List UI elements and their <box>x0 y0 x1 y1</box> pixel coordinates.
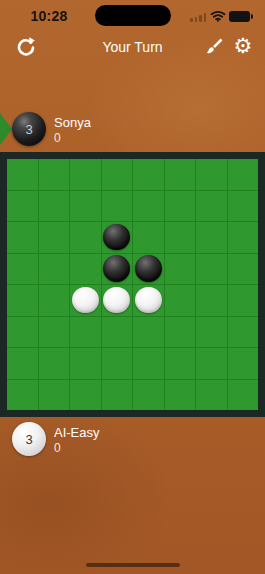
board-cell[interactable] <box>133 222 164 253</box>
board-cell[interactable] <box>102 348 133 379</box>
board-cell[interactable] <box>39 254 70 285</box>
home-indicator[interactable] <box>86 563 180 567</box>
board-cell[interactable] <box>165 159 196 190</box>
turn-indicator-arrow-top <box>0 113 12 145</box>
board-cell[interactable] <box>70 254 101 285</box>
board-cell[interactable] <box>196 317 227 348</box>
board-cell[interactable] <box>196 191 227 222</box>
board-cell[interactable] <box>196 285 227 316</box>
board-cell[interactable] <box>165 348 196 379</box>
othello-board <box>0 152 265 417</box>
board-cell[interactable] <box>102 317 133 348</box>
board-cell[interactable] <box>39 222 70 253</box>
board-cell[interactable] <box>228 159 259 190</box>
board-cell[interactable] <box>7 159 38 190</box>
cellular-signal-icon <box>190 13 206 22</box>
board-cell[interactable] <box>228 348 259 379</box>
white-disc <box>103 287 130 314</box>
board-cell[interactable] <box>133 191 164 222</box>
board-cell[interactable] <box>102 191 133 222</box>
player-name-top: Sonya <box>54 115 91 130</box>
settings-gear-button[interactable]: ⚙ <box>231 33 255 57</box>
turn-status-title: Your Turn <box>0 39 265 55</box>
player-name-bottom: AI-Easy <box>54 425 100 440</box>
battery-icon <box>229 11 250 22</box>
board-cell[interactable] <box>70 380 101 411</box>
board-cell[interactable] <box>165 254 196 285</box>
board-cell[interactable] <box>7 191 38 222</box>
board-cell[interactable] <box>228 191 259 222</box>
board-cell[interactable] <box>165 380 196 411</box>
black-disc <box>103 255 130 282</box>
board-cell[interactable] <box>7 254 38 285</box>
board-cell[interactable] <box>165 222 196 253</box>
board-cell[interactable] <box>7 222 38 253</box>
board-cell[interactable] <box>196 254 227 285</box>
board-cell[interactable] <box>196 159 227 190</box>
nav-bar: Your Turn ⚙ <box>0 33 265 61</box>
player-score-top: 0 <box>54 131 61 145</box>
board-cell[interactable] <box>133 254 164 285</box>
theme-paintbrush-button[interactable] <box>203 36 225 58</box>
board-cell[interactable] <box>228 317 259 348</box>
board-cell[interactable] <box>7 317 38 348</box>
board-cell[interactable] <box>7 348 38 379</box>
board-cell[interactable] <box>165 317 196 348</box>
board-cell[interactable] <box>39 317 70 348</box>
board-cell[interactable] <box>7 285 38 316</box>
board-cell[interactable] <box>133 317 164 348</box>
board-cell[interactable] <box>196 222 227 253</box>
white-disc-avatar: 3 <box>12 422 46 456</box>
board-cell[interactable] <box>228 222 259 253</box>
clock-time: 10:28 <box>22 8 76 24</box>
white-disc <box>135 287 162 314</box>
board-cell[interactable] <box>133 285 164 316</box>
board-cell[interactable] <box>228 380 259 411</box>
board-cell[interactable] <box>102 222 133 253</box>
board-cell[interactable] <box>39 159 70 190</box>
black-disc-avatar: 3 <box>12 112 46 146</box>
board-cell[interactable] <box>228 285 259 316</box>
board-cell[interactable] <box>70 348 101 379</box>
board-cell[interactable] <box>133 380 164 411</box>
player-panel-top: 3 Sonya 0 <box>0 112 265 150</box>
board-cell[interactable] <box>39 348 70 379</box>
board-cell[interactable] <box>165 191 196 222</box>
board-cell[interactable] <box>133 159 164 190</box>
board-grid <box>7 159 258 410</box>
board-cell[interactable] <box>39 285 70 316</box>
board-cell[interactable] <box>102 380 133 411</box>
board-cell[interactable] <box>70 317 101 348</box>
white-disc <box>72 287 99 314</box>
status-bar: 10:28 <box>0 0 265 30</box>
board-cell[interactable] <box>228 254 259 285</box>
white-disc-count: 3 <box>25 432 32 447</box>
wifi-icon <box>210 10 226 22</box>
board-cell[interactable] <box>39 380 70 411</box>
board-cell[interactable] <box>102 285 133 316</box>
board-cell[interactable] <box>196 348 227 379</box>
board-cell[interactable] <box>70 222 101 253</box>
app-screen: 10:28 Your Turn ⚙ 3 <box>0 0 265 574</box>
board-cell[interactable] <box>7 380 38 411</box>
board-cell[interactable] <box>196 380 227 411</box>
board-cell[interactable] <box>70 159 101 190</box>
board-cell[interactable] <box>165 285 196 316</box>
player-panel-bottom: 3 AI-Easy 0 <box>0 422 265 460</box>
board-cell[interactable] <box>102 254 133 285</box>
board-cell[interactable] <box>102 159 133 190</box>
dynamic-island <box>95 5 171 26</box>
black-disc <box>103 224 130 251</box>
black-disc <box>135 255 162 282</box>
board-cell[interactable] <box>70 285 101 316</box>
black-disc-count: 3 <box>25 122 32 137</box>
board-cell[interactable] <box>70 191 101 222</box>
player-score-bottom: 0 <box>54 441 61 455</box>
board-cell[interactable] <box>39 191 70 222</box>
board-cell[interactable] <box>133 348 164 379</box>
